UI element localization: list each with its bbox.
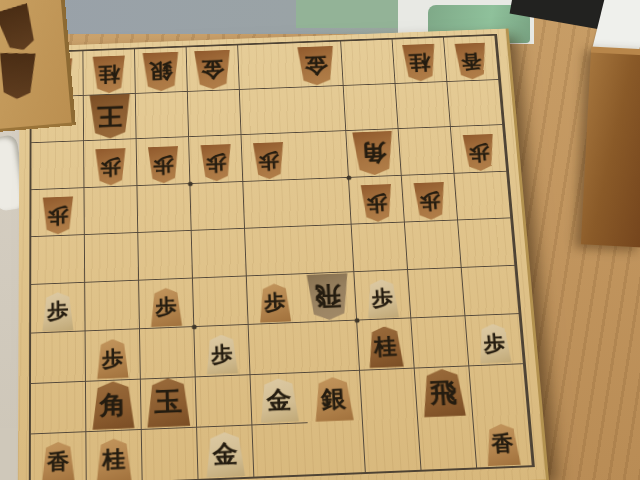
square-7f[interactable]: 歩: [139, 279, 194, 330]
square-5e[interactable]: [245, 227, 301, 277]
square-6d[interactable]: [190, 182, 245, 231]
piece-6i-gold-sente[interactable]: 金: [204, 431, 246, 477]
square-4c[interactable]: [294, 131, 349, 179]
square-5f[interactable]: 歩: [247, 274, 303, 325]
square-2h[interactable]: 飛: [415, 366, 474, 419]
piece-8a-knight-gote[interactable]: 桂: [92, 56, 127, 94]
piece-3f-pawn-sente[interactable]: 歩: [365, 279, 400, 319]
piece-5f-pawn-sente[interactable]: 歩: [258, 283, 292, 323]
square-6h[interactable]: [196, 375, 253, 428]
square-6g[interactable]: 歩: [194, 325, 250, 377]
piece-4f-rook-gote[interactable]: 飛: [305, 274, 351, 321]
square-2b[interactable]: [396, 82, 451, 129]
square-9e[interactable]: [31, 235, 85, 285]
square-4i[interactable]: [308, 421, 366, 475]
piece-1i-lance-sente[interactable]: 香: [484, 423, 522, 466]
square-5a[interactable]: [238, 43, 292, 90]
square-6a[interactable]: 金: [187, 45, 240, 92]
square-8a[interactable]: 桂: [83, 49, 135, 96]
square-8f[interactable]: [85, 281, 140, 332]
square-1h[interactable]: [469, 364, 528, 417]
square-5d[interactable]: [243, 180, 298, 229]
piece-8b-king-gote[interactable]: 王: [88, 94, 132, 139]
piece-2h-rook-sente[interactable]: 飛: [420, 368, 468, 417]
piece-5c-pawn-gote[interactable]: 歩: [252, 142, 286, 180]
square-1d[interactable]: [454, 171, 511, 220]
square-2f[interactable]: [408, 268, 465, 319]
piece-2a-knight-gote[interactable]: 桂: [401, 44, 438, 82]
square-9i[interactable]: 香: [31, 432, 87, 480]
piece-8g-pawn-sente[interactable]: 歩: [96, 338, 130, 379]
piece-3d-pawn-gote[interactable]: 歩: [359, 184, 394, 222]
photo-scene: 香桂銀金金桂香王歩歩歩歩角歩歩歩歩歩歩歩飛歩歩歩桂歩角玉金銀飛香桂金香: [0, 0, 640, 480]
square-4f[interactable]: 飛: [301, 272, 358, 323]
square-4a[interactable]: 金: [290, 41, 344, 88]
piece-3g-knight-sente[interactable]: 桂: [366, 326, 405, 368]
square-7e[interactable]: [138, 231, 193, 281]
square-5h[interactable]: 金: [250, 373, 307, 426]
square-9c[interactable]: [31, 141, 84, 189]
square-3b[interactable]: [344, 84, 399, 131]
square-2i[interactable]: [418, 416, 477, 470]
square-9g[interactable]: [31, 332, 86, 384]
piece-6g-pawn-sente[interactable]: 歩: [205, 334, 239, 375]
square-7b[interactable]: [136, 92, 189, 139]
square-6i[interactable]: 金: [197, 425, 254, 479]
background-green-wall: [296, 0, 414, 28]
square-5g[interactable]: [249, 323, 306, 375]
piece-2d-pawn-gote[interactable]: 歩: [412, 182, 447, 220]
shogi-piece-box[interactable]: [581, 47, 640, 248]
square-8d[interactable]: [84, 186, 138, 235]
piece-6c-pawn-gote[interactable]: 歩: [199, 144, 232, 182]
square-7a[interactable]: 銀: [135, 47, 188, 94]
square-2a[interactable]: 桂: [393, 38, 448, 84]
square-2c[interactable]: [399, 127, 455, 175]
piece-1c-pawn-gote[interactable]: 歩: [461, 134, 496, 172]
piece-7c-pawn-gote[interactable]: 歩: [147, 146, 180, 184]
square-5b[interactable]: [240, 88, 294, 135]
piece-3c-bishop-gote[interactable]: 角: [351, 131, 396, 176]
piece-9f-pawn-sente[interactable]: 歩: [41, 292, 74, 332]
square-1g[interactable]: 歩: [465, 314, 523, 366]
piece-8h-bishop-sente[interactable]: 角: [91, 381, 136, 430]
square-8e[interactable]: [85, 233, 139, 283]
square-3e[interactable]: [352, 222, 408, 272]
square-3g[interactable]: 桂: [357, 319, 415, 371]
square-3i[interactable]: [363, 418, 422, 472]
square-1i[interactable]: 香: [473, 414, 533, 467]
square-2d[interactable]: 歩: [402, 173, 458, 222]
piece-1g-pawn-sente[interactable]: 歩: [476, 323, 512, 363]
piece-6a-gold-gote[interactable]: 金: [193, 50, 232, 90]
piece-9i-lance-sente[interactable]: 香: [41, 441, 76, 480]
square-1a[interactable]: 香: [444, 36, 499, 82]
square-4e[interactable]: [298, 224, 354, 274]
piece-8c-pawn-gote[interactable]: 歩: [94, 148, 127, 186]
square-6e[interactable]: [192, 229, 247, 279]
square-1f[interactable]: [462, 266, 520, 317]
piece-4a-gold-gote[interactable]: 金: [296, 46, 336, 86]
square-4d[interactable]: [296, 178, 352, 227]
square-7i[interactable]: [142, 427, 199, 480]
square-4h[interactable]: 銀: [305, 370, 363, 423]
shogi-board: 香桂銀金金桂香王歩歩歩歩角歩歩歩歩歩歩歩飛歩歩歩桂歩角玉金銀飛香桂金香: [18, 29, 550, 480]
piece-9d-pawn-gote[interactable]: 歩: [41, 196, 73, 235]
piece-7a-silver-gote[interactable]: 銀: [142, 52, 181, 92]
square-7c[interactable]: 歩: [137, 137, 191, 185]
square-4b[interactable]: [292, 86, 347, 133]
square-8b[interactable]: 王: [84, 94, 137, 141]
shogi-board-grid: 香桂銀金金桂香王歩歩歩歩角歩歩歩歩歩歩歩飛歩歩歩桂歩角玉金銀飛香桂金香: [29, 34, 535, 480]
square-6b[interactable]: [188, 90, 242, 137]
square-1e[interactable]: [458, 218, 515, 268]
square-5i[interactable]: [252, 423, 310, 477]
square-1c[interactable]: 歩: [451, 125, 507, 173]
square-8g[interactable]: 歩: [86, 329, 141, 381]
piece-7h-king-sente[interactable]: 玉: [145, 377, 191, 427]
square-3h[interactable]: [360, 368, 418, 421]
square-6c[interactable]: 歩: [189, 135, 243, 183]
square-5c[interactable]: 歩: [242, 133, 297, 181]
square-9h[interactable]: [31, 381, 86, 434]
piece-7f-pawn-sente[interactable]: 歩: [149, 287, 183, 327]
captured-piece[interactable]: [0, 53, 37, 100]
square-8c[interactable]: 歩: [84, 139, 137, 187]
square-3a[interactable]: [341, 40, 395, 87]
square-8h[interactable]: 角: [86, 379, 142, 432]
square-2g[interactable]: [411, 316, 469, 368]
square-1b[interactable]: [447, 80, 503, 127]
piece-5h-gold-sente[interactable]: 金: [258, 378, 300, 423]
square-3f[interactable]: 歩: [354, 270, 411, 321]
square-7h[interactable]: 玉: [141, 377, 197, 430]
square-2e[interactable]: [405, 220, 462, 270]
square-9f[interactable]: 歩: [31, 283, 85, 334]
square-9d[interactable]: 歩: [31, 188, 84, 237]
square-4g[interactable]: [303, 321, 360, 373]
captured-piece[interactable]: [0, 3, 41, 56]
square-7d[interactable]: [137, 184, 191, 233]
square-3d[interactable]: 歩: [349, 175, 405, 224]
square-8i[interactable]: 桂: [86, 430, 142, 480]
captured-piece-stand: [0, 0, 76, 132]
piece-4h-silver-sente[interactable]: 銀: [312, 376, 355, 421]
square-7g[interactable]: [140, 327, 196, 379]
piece-1a-lance-gote[interactable]: 香: [454, 43, 489, 80]
square-6f[interactable]: [193, 276, 249, 327]
piece-8i-knight-sente[interactable]: 桂: [95, 438, 132, 480]
square-3c[interactable]: 角: [346, 129, 401, 177]
